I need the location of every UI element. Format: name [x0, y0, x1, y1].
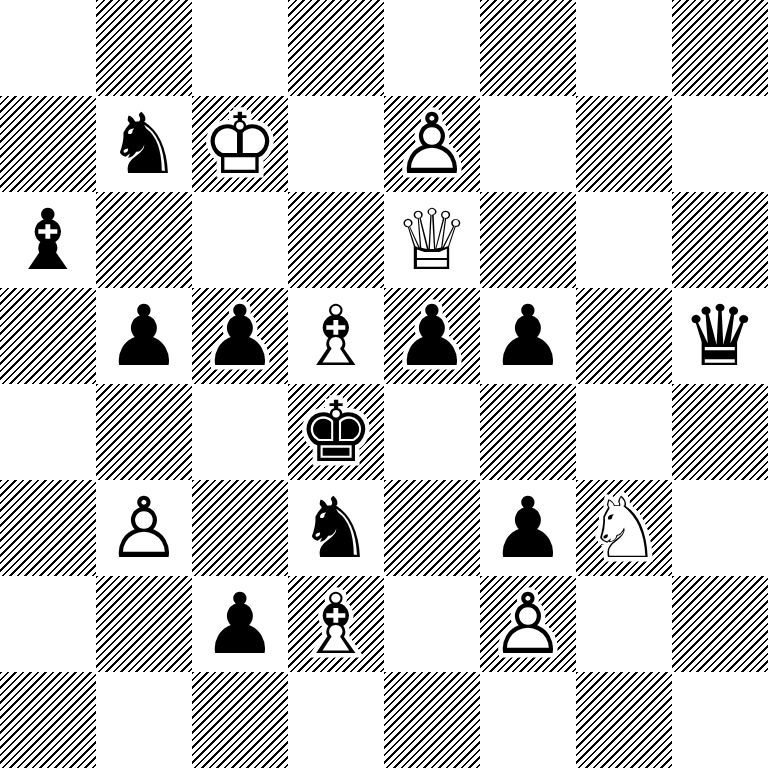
square-d1[interactable]	[288, 672, 384, 768]
square-f6[interactable]	[480, 192, 576, 288]
square-a2[interactable]	[0, 576, 96, 672]
square-e3[interactable]	[384, 480, 480, 576]
square-b1[interactable]	[96, 672, 192, 768]
square-a1[interactable]	[0, 672, 96, 768]
square-f3[interactable]: ♟♟	[480, 480, 576, 576]
piece-black-pawn[interactable]: ♟♟	[192, 288, 288, 384]
piece-white-pawn[interactable]: ♟♙	[480, 576, 576, 672]
piece-white-king[interactable]: ♚♔	[192, 96, 288, 192]
square-e8[interactable]	[384, 0, 480, 96]
square-d8[interactable]	[288, 0, 384, 96]
black-pawn-glyph-icon: ♟	[490, 486, 565, 570]
square-d7[interactable]	[288, 96, 384, 192]
square-b8[interactable]	[96, 0, 192, 96]
piece-black-bishop[interactable]: ♝♝	[0, 192, 96, 288]
square-g4[interactable]	[576, 384, 672, 480]
square-h8[interactable]	[672, 0, 768, 96]
piece-black-queen[interactable]: ♛♛	[672, 288, 768, 384]
chess-board: ♞♞♚♔♟♙♝♝♛♕♟♟♟♟♝♗♟♟♟♟♛♛♚♚♟♙♞♞♟♟♞♘♟♟♝♗♟♙	[0, 0, 768, 768]
piece-black-pawn[interactable]: ♟♟	[384, 288, 480, 384]
square-b4[interactable]	[96, 384, 192, 480]
white-king-glyph-icon: ♔	[202, 102, 277, 186]
square-b2[interactable]	[96, 576, 192, 672]
square-h7[interactable]	[672, 96, 768, 192]
square-e6[interactable]: ♛♕	[384, 192, 480, 288]
square-h2[interactable]	[672, 576, 768, 672]
square-g1[interactable]	[576, 672, 672, 768]
square-d2[interactable]: ♝♗	[288, 576, 384, 672]
square-b6[interactable]	[96, 192, 192, 288]
square-d6[interactable]	[288, 192, 384, 288]
square-g6[interactable]	[576, 192, 672, 288]
square-b3[interactable]: ♟♙	[96, 480, 192, 576]
square-e2[interactable]	[384, 576, 480, 672]
black-pawn-glyph-icon: ♟	[394, 294, 469, 378]
square-f7[interactable]	[480, 96, 576, 192]
white-bishop-glyph-icon: ♗	[298, 294, 373, 378]
square-h6[interactable]	[672, 192, 768, 288]
square-d4[interactable]: ♚♚	[288, 384, 384, 480]
black-pawn-glyph-icon: ♟	[202, 582, 277, 666]
square-a4[interactable]	[0, 384, 96, 480]
square-c7[interactable]: ♚♔	[192, 96, 288, 192]
square-g5[interactable]	[576, 288, 672, 384]
square-f8[interactable]	[480, 0, 576, 96]
square-d5[interactable]: ♝♗	[288, 288, 384, 384]
white-knight-glyph-icon: ♘	[586, 486, 661, 570]
piece-black-pawn[interactable]: ♟♟	[480, 480, 576, 576]
square-g7[interactable]	[576, 96, 672, 192]
white-bishop-glyph-icon: ♗	[298, 582, 373, 666]
square-a8[interactable]	[0, 0, 96, 96]
piece-white-bishop[interactable]: ♝♗	[288, 576, 384, 672]
piece-white-pawn[interactable]: ♟♙	[384, 96, 480, 192]
piece-black-pawn[interactable]: ♟♟	[96, 288, 192, 384]
piece-black-pawn[interactable]: ♟♟	[192, 576, 288, 672]
black-pawn-glyph-icon: ♟	[490, 294, 565, 378]
piece-black-king[interactable]: ♚♚	[288, 384, 384, 480]
square-e1[interactable]	[384, 672, 480, 768]
square-h5[interactable]: ♛♛	[672, 288, 768, 384]
piece-black-pawn[interactable]: ♟♟	[480, 288, 576, 384]
square-h3[interactable]	[672, 480, 768, 576]
square-c8[interactable]	[192, 0, 288, 96]
black-pawn-glyph-icon: ♟	[202, 294, 277, 378]
white-pawn-glyph-icon: ♙	[490, 582, 565, 666]
square-g3[interactable]: ♞♘	[576, 480, 672, 576]
square-b5[interactable]: ♟♟	[96, 288, 192, 384]
square-h1[interactable]	[672, 672, 768, 768]
piece-black-knight[interactable]: ♞♞	[96, 96, 192, 192]
piece-white-bishop[interactable]: ♝♗	[288, 288, 384, 384]
square-f5[interactable]: ♟♟	[480, 288, 576, 384]
square-h4[interactable]	[672, 384, 768, 480]
piece-white-pawn[interactable]: ♟♙	[96, 480, 192, 576]
square-f4[interactable]	[480, 384, 576, 480]
black-queen-glyph-icon: ♛	[682, 294, 757, 378]
square-c5[interactable]: ♟♟	[192, 288, 288, 384]
piece-white-knight[interactable]: ♞♘	[576, 480, 672, 576]
square-c4[interactable]	[192, 384, 288, 480]
square-f1[interactable]	[480, 672, 576, 768]
black-knight-glyph-icon: ♞	[298, 486, 373, 570]
white-queen-glyph-icon: ♕	[394, 198, 469, 282]
piece-black-knight[interactable]: ♞♞	[288, 480, 384, 576]
black-knight-glyph-icon: ♞	[106, 102, 181, 186]
black-bishop-glyph-icon: ♝	[10, 198, 85, 282]
square-c1[interactable]	[192, 672, 288, 768]
square-f2[interactable]: ♟♙	[480, 576, 576, 672]
black-pawn-glyph-icon: ♟	[106, 294, 181, 378]
square-c2[interactable]: ♟♟	[192, 576, 288, 672]
square-c3[interactable]	[192, 480, 288, 576]
square-a5[interactable]	[0, 288, 96, 384]
square-c6[interactable]	[192, 192, 288, 288]
square-a6[interactable]: ♝♝	[0, 192, 96, 288]
square-e7[interactable]: ♟♙	[384, 96, 480, 192]
square-g8[interactable]	[576, 0, 672, 96]
square-d3[interactable]: ♞♞	[288, 480, 384, 576]
square-a7[interactable]	[0, 96, 96, 192]
square-a3[interactable]	[0, 480, 96, 576]
square-e5[interactable]: ♟♟	[384, 288, 480, 384]
square-g2[interactable]	[576, 576, 672, 672]
white-pawn-glyph-icon: ♙	[106, 486, 181, 570]
white-pawn-glyph-icon: ♙	[394, 102, 469, 186]
piece-white-queen[interactable]: ♛♕	[384, 192, 480, 288]
square-e4[interactable]	[384, 384, 480, 480]
square-b7[interactable]: ♞♞	[96, 96, 192, 192]
black-king-glyph-icon: ♚	[298, 390, 373, 474]
